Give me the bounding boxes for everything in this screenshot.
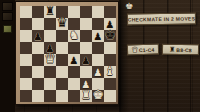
board-square-a8[interactable] bbox=[20, 6, 32, 18]
move-label: B8-C8 bbox=[176, 46, 192, 52]
board-square-d1[interactable] bbox=[56, 90, 68, 102]
board-square-g7[interactable] bbox=[92, 18, 104, 30]
board-square-e6[interactable]: ♞ bbox=[68, 30, 80, 42]
board-square-b5[interactable] bbox=[32, 42, 44, 54]
board-square-a3[interactable] bbox=[20, 66, 32, 78]
board-square-h5[interactable] bbox=[104, 42, 116, 54]
board-square-a5[interactable] bbox=[20, 42, 32, 54]
board-square-g6[interactable]: ♟ bbox=[92, 30, 104, 42]
board-square-c4[interactable]: ♛ bbox=[44, 54, 56, 66]
move-button-1[interactable]: ♛C1-C4 bbox=[127, 44, 159, 56]
board-square-b2[interactable] bbox=[32, 78, 44, 90]
board-frame: ♜♛♟♟♞♟♚♟♛♟♟♟♝♟♜♚ bbox=[15, 1, 119, 105]
board-square-h6[interactable]: ♚ bbox=[104, 30, 116, 42]
sidebar-button-top[interactable] bbox=[2, 2, 13, 11]
white-pawn-piece[interactable]: ♟ bbox=[92, 67, 104, 78]
white-bishop-piece[interactable]: ♝ bbox=[104, 65, 116, 78]
board-square-f7[interactable] bbox=[80, 18, 92, 30]
board-square-c3[interactable] bbox=[44, 66, 56, 78]
chess-board[interactable]: ♜♛♟♟♞♟♚♟♛♟♟♟♝♟♜♚ bbox=[20, 6, 116, 102]
white-rook-piece[interactable]: ♜ bbox=[80, 89, 92, 101]
board-square-f5[interactable] bbox=[80, 42, 92, 54]
black-pawn-piece[interactable]: ♟ bbox=[80, 55, 92, 66]
puzzle-title: CHECKMATE IN 2 MOVES bbox=[128, 15, 196, 22]
board-square-h8[interactable] bbox=[104, 6, 116, 18]
board-square-d3[interactable] bbox=[56, 66, 68, 78]
board-square-d2[interactable] bbox=[56, 78, 68, 90]
board-square-d7[interactable]: ♛ bbox=[56, 18, 68, 30]
board-square-d5[interactable] bbox=[56, 42, 68, 54]
white-queen-icon: ♛ bbox=[132, 46, 138, 54]
board-square-c8[interactable]: ♜ bbox=[44, 6, 56, 18]
board-square-a2[interactable] bbox=[20, 78, 32, 90]
board-square-b3[interactable] bbox=[32, 66, 44, 78]
black-pawn-piece[interactable]: ♟ bbox=[92, 31, 104, 42]
board-square-f1[interactable]: ♜ bbox=[80, 90, 92, 102]
board-square-c6[interactable] bbox=[44, 30, 56, 42]
app-screen: ♜♛♟♟♞♟♚♟♛♟♟♟♝♟♜♚ ♚ CHECKMATE IN 2 MOVES … bbox=[0, 0, 200, 112]
board-square-g5[interactable] bbox=[92, 42, 104, 54]
board-square-e3[interactable] bbox=[68, 66, 80, 78]
board-square-g4[interactable] bbox=[92, 54, 104, 66]
board-square-f3[interactable] bbox=[80, 66, 92, 78]
puzzle-title-banner: CHECKMATE IN 2 MOVES bbox=[127, 12, 196, 25]
white-king-icon: ♚ bbox=[125, 1, 133, 11]
move-button-2[interactable]: ♜B8-C8 bbox=[162, 44, 199, 56]
black-pawn-piece[interactable]: ♟ bbox=[68, 55, 80, 66]
left-sidebar bbox=[0, 0, 15, 112]
board-square-g3[interactable]: ♟ bbox=[92, 66, 104, 78]
move-label: C1-C4 bbox=[139, 46, 155, 52]
board-square-f8[interactable] bbox=[80, 6, 92, 18]
board-square-a6[interactable] bbox=[20, 30, 32, 42]
board-square-c1[interactable] bbox=[44, 90, 56, 102]
black-queen-piece[interactable]: ♛ bbox=[56, 16, 68, 29]
board-square-a4[interactable] bbox=[20, 54, 32, 66]
board-square-b1[interactable] bbox=[32, 90, 44, 102]
board-square-c7[interactable] bbox=[44, 18, 56, 30]
white-king-piece[interactable]: ♚ bbox=[92, 88, 104, 101]
board-square-e2[interactable] bbox=[68, 78, 80, 90]
board-square-e5[interactable] bbox=[68, 42, 80, 54]
board-square-b4[interactable] bbox=[32, 54, 44, 66]
board-square-b8[interactable] bbox=[32, 6, 44, 18]
white-queen-piece[interactable]: ♛ bbox=[44, 52, 56, 65]
black-rook-piece[interactable]: ♜ bbox=[44, 5, 56, 17]
black-rook-icon: ♜ bbox=[169, 45, 175, 53]
board-square-h1[interactable] bbox=[104, 90, 116, 102]
board-square-d4[interactable] bbox=[56, 54, 68, 66]
board-square-a1[interactable] bbox=[20, 90, 32, 102]
board-square-b7[interactable] bbox=[32, 18, 44, 30]
board-square-e8[interactable] bbox=[68, 6, 80, 18]
board-square-a7[interactable] bbox=[20, 18, 32, 30]
board-square-h2[interactable] bbox=[104, 78, 116, 90]
black-pawn-piece[interactable]: ♟ bbox=[32, 31, 44, 42]
board-square-e1[interactable] bbox=[68, 90, 80, 102]
board-square-g8[interactable] bbox=[92, 6, 104, 18]
move-history: ♛C1-C4♜B8-C8 bbox=[127, 44, 199, 55]
board-square-f6[interactable] bbox=[80, 30, 92, 42]
board-square-f4[interactable]: ♟ bbox=[80, 54, 92, 66]
board-square-e4[interactable]: ♟ bbox=[68, 54, 80, 66]
olive-indicator[interactable] bbox=[3, 25, 12, 33]
board-square-h3[interactable]: ♝ bbox=[104, 66, 116, 78]
right-panel: ♚ CHECKMATE IN 2 MOVES ♛C1-C4♜B8-C8 bbox=[119, 0, 200, 112]
white-knight-piece[interactable]: ♞ bbox=[68, 29, 80, 42]
sidebar-button-middle[interactable] bbox=[2, 12, 13, 21]
board-square-c2[interactable] bbox=[44, 78, 56, 90]
black-king-piece[interactable]: ♚ bbox=[104, 28, 116, 41]
board-square-g1[interactable]: ♚ bbox=[92, 90, 104, 102]
board-square-d6[interactable] bbox=[56, 30, 68, 42]
board-square-b6[interactable]: ♟ bbox=[32, 30, 44, 42]
